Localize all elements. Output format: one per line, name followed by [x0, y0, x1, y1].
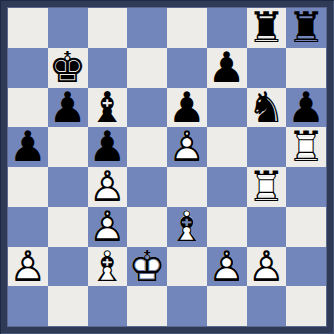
square-d8[interactable] — [127, 8, 167, 48]
square-d5[interactable] — [127, 127, 167, 167]
square-h1[interactable] — [286, 286, 326, 326]
square-f6[interactable] — [207, 88, 247, 128]
square-g6[interactable]: ♞ — [247, 88, 287, 128]
square-a4[interactable] — [8, 167, 48, 207]
square-e3[interactable]: ♝♗ — [167, 207, 207, 247]
square-f8[interactable] — [207, 8, 247, 48]
piece-white-rook: ♜♖ — [286, 127, 326, 167]
square-d2[interactable]: ♚♔ — [127, 247, 167, 287]
square-f5[interactable] — [207, 127, 247, 167]
square-g7[interactable] — [247, 48, 287, 88]
square-d3[interactable] — [127, 207, 167, 247]
piece-white-pawn: ♟♙ — [167, 127, 207, 167]
piece-black-rook: ♜ — [247, 8, 287, 48]
square-e8[interactable] — [167, 8, 207, 48]
piece-black-king: ♚ — [48, 48, 88, 88]
square-f2[interactable]: ♟♙ — [207, 247, 247, 287]
square-c7[interactable] — [88, 48, 128, 88]
piece-black-pawn: ♟ — [8, 127, 48, 167]
square-e2[interactable] — [167, 247, 207, 287]
piece-black-knight: ♞ — [247, 88, 287, 128]
square-a5[interactable]: ♟ — [8, 127, 48, 167]
square-a7[interactable] — [8, 48, 48, 88]
square-a2[interactable]: ♟♙ — [8, 247, 48, 287]
square-b7[interactable]: ♚ — [48, 48, 88, 88]
square-b1[interactable] — [48, 286, 88, 326]
piece-white-rook: ♜♖ — [247, 167, 287, 207]
piece-black-pawn: ♟ — [207, 48, 247, 88]
square-g3[interactable] — [247, 207, 287, 247]
square-c1[interactable] — [88, 286, 128, 326]
square-d4[interactable] — [127, 167, 167, 207]
piece-black-rook: ♜ — [286, 8, 326, 48]
square-d7[interactable] — [127, 48, 167, 88]
square-a1[interactable] — [8, 286, 48, 326]
square-e4[interactable] — [167, 167, 207, 207]
square-f4[interactable] — [207, 167, 247, 207]
piece-white-pawn: ♟♙ — [88, 167, 128, 207]
square-h8[interactable]: ♜ — [286, 8, 326, 48]
piece-white-pawn: ♟♙ — [247, 247, 287, 287]
square-c4[interactable]: ♟♙ — [88, 167, 128, 207]
square-e7[interactable] — [167, 48, 207, 88]
piece-white-pawn: ♟♙ — [207, 247, 247, 287]
square-b8[interactable] — [48, 8, 88, 48]
square-f7[interactable]: ♟ — [207, 48, 247, 88]
square-d1[interactable] — [127, 286, 167, 326]
square-g4[interactable]: ♜♖ — [247, 167, 287, 207]
square-g1[interactable] — [247, 286, 287, 326]
chess-board: ♜♜♚♟♟♝♟♞♟♟♟♟♙♜♖♟♙♜♖♟♙♝♗♟♙♝♗♚♔♟♙♟♙ — [8, 8, 326, 326]
piece-white-bishop: ♝♗ — [88, 247, 128, 287]
square-b3[interactable] — [48, 207, 88, 247]
square-f1[interactable] — [207, 286, 247, 326]
square-b2[interactable] — [48, 247, 88, 287]
square-a3[interactable] — [8, 207, 48, 247]
square-b5[interactable] — [48, 127, 88, 167]
square-a8[interactable] — [8, 8, 48, 48]
square-c8[interactable] — [88, 8, 128, 48]
piece-white-bishop: ♝♗ — [167, 207, 207, 247]
square-c3[interactable]: ♟♙ — [88, 207, 128, 247]
square-e1[interactable] — [167, 286, 207, 326]
square-b4[interactable] — [48, 167, 88, 207]
square-b6[interactable]: ♟ — [48, 88, 88, 128]
square-f3[interactable] — [207, 207, 247, 247]
piece-black-pawn: ♟ — [48, 88, 88, 128]
piece-white-king: ♚♔ — [127, 247, 167, 287]
square-d6[interactable] — [127, 88, 167, 128]
square-c2[interactable]: ♝♗ — [88, 247, 128, 287]
square-h5[interactable]: ♜♖ — [286, 127, 326, 167]
piece-white-pawn: ♟♙ — [88, 207, 128, 247]
square-g2[interactable]: ♟♙ — [247, 247, 287, 287]
piece-white-pawn: ♟♙ — [8, 247, 48, 287]
square-h4[interactable] — [286, 167, 326, 207]
square-g8[interactable]: ♜ — [247, 8, 287, 48]
square-h3[interactable] — [286, 207, 326, 247]
square-h7[interactable] — [286, 48, 326, 88]
square-e5[interactable]: ♟♙ — [167, 127, 207, 167]
square-h2[interactable] — [286, 247, 326, 287]
chess-board-frame: ♜♜♚♟♟♝♟♞♟♟♟♟♙♜♖♟♙♜♖♟♙♝♗♟♙♝♗♚♔♟♙♟♙ — [0, 0, 334, 334]
